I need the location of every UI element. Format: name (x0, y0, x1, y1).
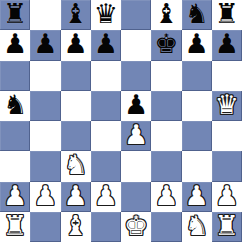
piece-black-pawn[interactable]: ♟ (33, 30, 57, 59)
square-c4[interactable] (61, 121, 91, 151)
piece-black-rook[interactable]: ♜ (3, 0, 27, 29)
square-c2[interactable]: ♟ (61, 182, 91, 212)
piece-black-pawn[interactable]: ♟ (3, 30, 27, 59)
square-h6[interactable] (212, 61, 242, 91)
square-f6[interactable] (151, 61, 181, 91)
square-f3[interactable] (151, 151, 181, 181)
square-c8[interactable]: ♝ (61, 0, 91, 30)
piece-white-pawn[interactable]: ♟ (154, 182, 178, 211)
piece-black-king[interactable]: ♚ (154, 30, 178, 59)
square-g4[interactable] (182, 121, 212, 151)
piece-black-pawn[interactable]: ♟ (185, 30, 209, 59)
piece-white-pawn[interactable]: ♟ (215, 182, 239, 211)
piece-white-pawn[interactable]: ♟ (94, 182, 118, 211)
chess-board: ♜♝♛♝♞♜♟♟♟♟♚♟♟♞♟♛♟♞♟♟♟♟♟♟♟♜♝♚♞♜ (0, 0, 242, 242)
square-b2[interactable]: ♟ (30, 182, 60, 212)
square-d8[interactable]: ♛ (91, 0, 121, 30)
square-d1[interactable] (91, 212, 121, 242)
square-g6[interactable] (182, 61, 212, 91)
piece-white-queen[interactable]: ♛ (215, 91, 239, 120)
square-f8[interactable]: ♝ (151, 0, 181, 30)
square-e3[interactable] (121, 151, 151, 181)
square-h8[interactable]: ♜ (212, 0, 242, 30)
piece-white-pawn[interactable]: ♟ (124, 121, 148, 150)
piece-white-pawn[interactable]: ♟ (33, 182, 57, 211)
square-e6[interactable] (121, 61, 151, 91)
square-g7[interactable]: ♟ (182, 30, 212, 60)
square-a6[interactable] (0, 61, 30, 91)
square-h5[interactable]: ♛ (212, 91, 242, 121)
square-d7[interactable]: ♟ (91, 30, 121, 60)
piece-black-pawn[interactable]: ♟ (215, 30, 239, 59)
square-a3[interactable] (0, 151, 30, 181)
piece-white-pawn[interactable]: ♟ (185, 182, 209, 211)
piece-black-rook[interactable]: ♜ (215, 0, 239, 29)
square-e1[interactable]: ♚ (121, 212, 151, 242)
square-a8[interactable]: ♜ (0, 0, 30, 30)
square-e8[interactable] (121, 0, 151, 30)
square-b4[interactable] (30, 121, 60, 151)
square-e7[interactable] (121, 30, 151, 60)
piece-white-pawn[interactable]: ♟ (64, 182, 88, 211)
square-f5[interactable] (151, 91, 181, 121)
square-f2[interactable]: ♟ (151, 182, 181, 212)
square-d4[interactable] (91, 121, 121, 151)
piece-black-pawn[interactable]: ♟ (124, 91, 148, 120)
square-b7[interactable]: ♟ (30, 30, 60, 60)
piece-white-pawn[interactable]: ♟ (3, 182, 27, 211)
piece-black-queen[interactable]: ♛ (94, 0, 118, 29)
square-a7[interactable]: ♟ (0, 30, 30, 60)
square-c6[interactable] (61, 61, 91, 91)
square-b3[interactable] (30, 151, 60, 181)
square-h1[interactable]: ♜ (212, 212, 242, 242)
square-e4[interactable]: ♟ (121, 121, 151, 151)
piece-black-knight[interactable]: ♞ (3, 91, 27, 120)
piece-black-pawn[interactable]: ♟ (94, 30, 118, 59)
square-d5[interactable] (91, 91, 121, 121)
square-c1[interactable]: ♝ (61, 212, 91, 242)
square-a5[interactable]: ♞ (0, 91, 30, 121)
piece-black-knight[interactable]: ♞ (185, 0, 209, 29)
piece-white-rook[interactable]: ♜ (215, 212, 239, 241)
square-h3[interactable] (212, 151, 242, 181)
square-g1[interactable]: ♞ (182, 212, 212, 242)
piece-black-bishop[interactable]: ♝ (64, 0, 88, 29)
square-c3[interactable]: ♞ (61, 151, 91, 181)
piece-white-bishop[interactable]: ♝ (64, 212, 88, 241)
square-c5[interactable] (61, 91, 91, 121)
piece-white-king[interactable]: ♚ (124, 212, 148, 241)
square-b6[interactable] (30, 61, 60, 91)
square-a2[interactable]: ♟ (0, 182, 30, 212)
square-a1[interactable]: ♜ (0, 212, 30, 242)
square-a4[interactable] (0, 121, 30, 151)
square-e2[interactable] (121, 182, 151, 212)
square-h2[interactable]: ♟ (212, 182, 242, 212)
piece-white-knight[interactable]: ♞ (185, 212, 209, 241)
piece-white-knight[interactable]: ♞ (64, 151, 88, 180)
square-h4[interactable] (212, 121, 242, 151)
square-g5[interactable] (182, 91, 212, 121)
square-b5[interactable] (30, 91, 60, 121)
square-b1[interactable] (30, 212, 60, 242)
square-c7[interactable]: ♟ (61, 30, 91, 60)
square-g2[interactable]: ♟ (182, 182, 212, 212)
square-f1[interactable] (151, 212, 181, 242)
square-g8[interactable]: ♞ (182, 0, 212, 30)
square-f7[interactable]: ♚ (151, 30, 181, 60)
square-d6[interactable] (91, 61, 121, 91)
square-g3[interactable] (182, 151, 212, 181)
square-h7[interactable]: ♟ (212, 30, 242, 60)
piece-black-bishop[interactable]: ♝ (154, 0, 178, 29)
square-e5[interactable]: ♟ (121, 91, 151, 121)
piece-white-rook[interactable]: ♜ (3, 212, 27, 241)
square-d3[interactable] (91, 151, 121, 181)
piece-black-pawn[interactable]: ♟ (64, 30, 88, 59)
square-b8[interactable] (30, 0, 60, 30)
square-d2[interactable]: ♟ (91, 182, 121, 212)
square-f4[interactable] (151, 121, 181, 151)
